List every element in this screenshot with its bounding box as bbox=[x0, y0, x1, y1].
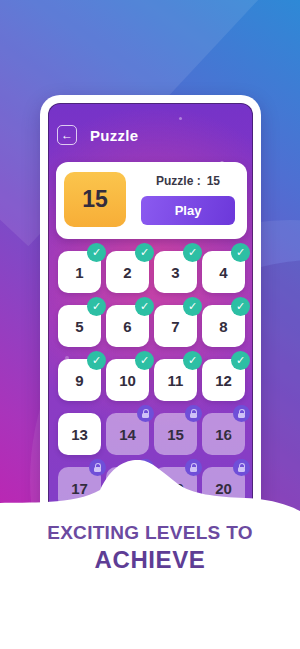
level-number: 13 bbox=[71, 426, 88, 443]
level-number: 11 bbox=[168, 372, 184, 389]
puzzle-number-line: Puzzle :15 bbox=[156, 174, 220, 188]
check-icon: ✓ bbox=[87, 297, 106, 316]
tagline: EXCITING LEVELS TO ACHIEVE bbox=[0, 522, 300, 574]
level-number: 6 bbox=[123, 318, 131, 335]
level-tile-16[interactable]: 16 bbox=[202, 413, 245, 455]
app-header: ← Puzzle bbox=[49, 122, 252, 148]
level-number: 9 bbox=[75, 372, 83, 389]
sparkle-dot bbox=[65, 356, 69, 360]
level-tile-11[interactable]: 11✓ bbox=[154, 359, 197, 401]
level-number: 1 bbox=[75, 264, 83, 281]
level-number: 14 bbox=[119, 426, 136, 443]
sparkle-dot bbox=[220, 161, 224, 165]
level-tile-8[interactable]: 8✓ bbox=[202, 305, 245, 347]
puzzle-label: Puzzle : bbox=[156, 174, 201, 188]
puzzle-number-value: 15 bbox=[207, 174, 220, 188]
lock-glyph bbox=[190, 413, 197, 418]
back-arrow-icon: ← bbox=[61, 129, 73, 141]
screenshot-stage: ← Puzzle 15 Puzzle :15 Play 1✓2✓3✓4✓5✓6✓… bbox=[0, 0, 300, 649]
tagline-line2: ACHIEVE bbox=[0, 546, 300, 574]
level-number: 2 bbox=[123, 264, 131, 281]
level-tile-9[interactable]: 9✓ bbox=[58, 359, 101, 401]
level-tile-2[interactable]: 2✓ bbox=[106, 251, 149, 293]
check-icon: ✓ bbox=[231, 351, 250, 370]
level-number: 3 bbox=[171, 264, 179, 281]
level-number: 15 bbox=[167, 426, 184, 443]
level-number: 12 bbox=[215, 372, 232, 389]
level-tile-1[interactable]: 1✓ bbox=[58, 251, 101, 293]
check-icon: ✓ bbox=[87, 351, 106, 370]
level-tile-4[interactable]: 4✓ bbox=[202, 251, 245, 293]
sparkle-dot bbox=[227, 434, 230, 437]
tagline-line1: EXCITING LEVELS TO bbox=[0, 522, 300, 544]
lock-glyph bbox=[238, 413, 245, 418]
level-tile-5[interactable]: 5✓ bbox=[58, 305, 101, 347]
check-icon: ✓ bbox=[135, 243, 154, 262]
level-tile-3[interactable]: 3✓ bbox=[154, 251, 197, 293]
check-icon: ✓ bbox=[183, 351, 202, 370]
level-tile-6[interactable]: 6✓ bbox=[106, 305, 149, 347]
level-tile-14[interactable]: 14 bbox=[106, 413, 149, 455]
level-tile-15[interactable]: 15 bbox=[154, 413, 197, 455]
check-icon: ✓ bbox=[231, 243, 250, 262]
lock-icon bbox=[185, 405, 202, 422]
play-button[interactable]: Play bbox=[141, 196, 235, 225]
level-number: 8 bbox=[219, 318, 227, 335]
sparkle-dot bbox=[179, 117, 182, 120]
level-number: 10 bbox=[119, 372, 136, 389]
check-icon: ✓ bbox=[231, 297, 250, 316]
check-icon: ✓ bbox=[135, 351, 154, 370]
level-tile-13[interactable]: 13 bbox=[58, 413, 101, 455]
level-number: 5 bbox=[75, 318, 83, 335]
level-tile-10[interactable]: 10✓ bbox=[106, 359, 149, 401]
level-tile-7[interactable]: 7✓ bbox=[154, 305, 197, 347]
check-icon: ✓ bbox=[183, 243, 202, 262]
lock-icon bbox=[137, 405, 154, 422]
level-tile-12[interactable]: 12✓ bbox=[202, 359, 245, 401]
current-level-tile: 15 bbox=[64, 172, 126, 227]
puzzle-card: 15 Puzzle :15 Play bbox=[56, 162, 247, 239]
level-number: 4 bbox=[219, 264, 227, 281]
level-number: 7 bbox=[171, 318, 179, 335]
check-icon: ✓ bbox=[135, 297, 154, 316]
lock-icon bbox=[233, 405, 250, 422]
page-title: Puzzle bbox=[90, 127, 138, 144]
back-button[interactable]: ← bbox=[57, 125, 77, 145]
check-icon: ✓ bbox=[87, 243, 106, 262]
puzzle-card-right: Puzzle :15 Play bbox=[138, 172, 238, 229]
lock-glyph bbox=[142, 413, 149, 418]
check-icon: ✓ bbox=[183, 297, 202, 316]
